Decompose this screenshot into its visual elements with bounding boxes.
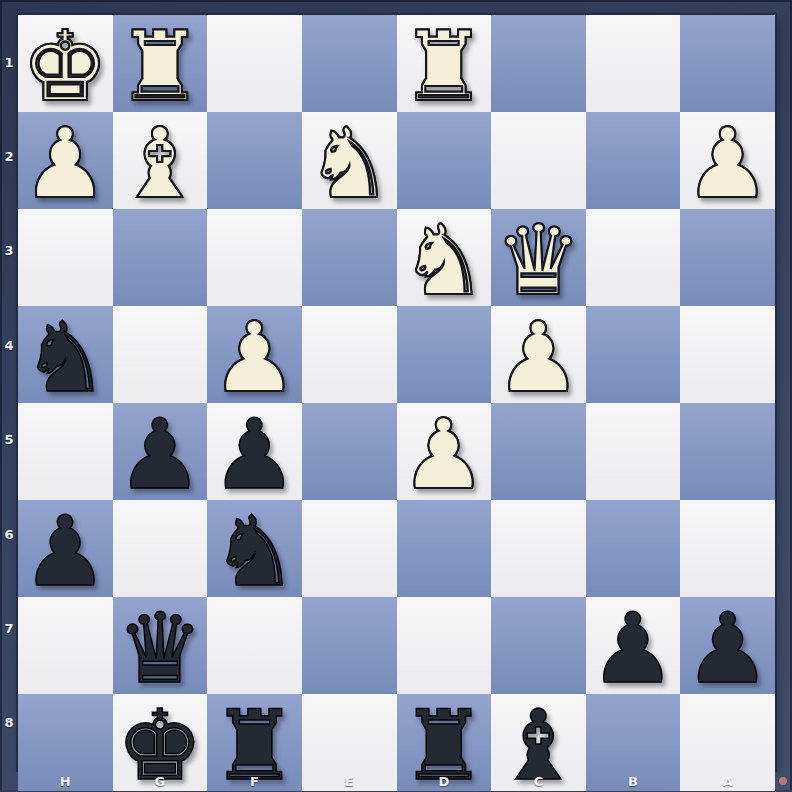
square-e3[interactable] xyxy=(302,209,397,306)
piece-white-bishop-g2[interactable]: ♝ xyxy=(116,115,203,212)
square-h5[interactable] xyxy=(18,403,113,500)
square-g4[interactable] xyxy=(113,306,208,403)
square-f7[interactable] xyxy=(207,597,302,694)
square-e6[interactable] xyxy=(302,500,397,597)
square-h6[interactable]: ♟ xyxy=(18,500,113,597)
piece-black-pawn-b7[interactable]: ♟ xyxy=(590,600,677,697)
square-g2[interactable]: ♝ xyxy=(113,112,208,209)
piece-black-queen-g7[interactable]: ♛ xyxy=(116,600,203,697)
square-f4[interactable]: ♟ xyxy=(207,306,302,403)
square-c2[interactable] xyxy=(491,112,586,209)
square-f5[interactable]: ♟ xyxy=(207,403,302,500)
piece-black-pawn-g5[interactable]: ♟ xyxy=(116,406,203,503)
square-b7[interactable]: ♟ xyxy=(586,597,681,694)
rank-label-4: 4 xyxy=(0,298,18,392)
square-a3[interactable] xyxy=(680,209,775,306)
square-d2[interactable] xyxy=(397,112,492,209)
square-h1[interactable]: ♚ xyxy=(18,15,113,112)
square-a7[interactable]: ♟ xyxy=(680,597,775,694)
square-a5[interactable] xyxy=(680,403,775,500)
piece-white-pawn-c4[interactable]: ♟ xyxy=(495,309,582,406)
square-d1[interactable]: ♜ xyxy=(397,15,492,112)
piece-white-pawn-f4[interactable]: ♟ xyxy=(211,309,298,406)
square-g5[interactable]: ♟ xyxy=(113,403,208,500)
square-g1[interactable]: ♜ xyxy=(113,15,208,112)
piece-black-knight-f6[interactable]: ♞ xyxy=(211,503,298,600)
square-b4[interactable] xyxy=(586,306,681,403)
square-c1[interactable] xyxy=(491,15,586,112)
square-c6[interactable] xyxy=(491,500,586,597)
piece-black-pawn-a7[interactable]: ♟ xyxy=(684,600,771,697)
piece-white-rook-d1[interactable]: ♜ xyxy=(400,18,487,115)
square-d5[interactable]: ♟ xyxy=(397,403,492,500)
piece-white-rook-g1[interactable]: ♜ xyxy=(116,18,203,115)
square-g7[interactable]: ♛ xyxy=(113,597,208,694)
file-label-a: A xyxy=(680,770,775,792)
square-b6[interactable] xyxy=(586,500,681,597)
piece-white-queen-c3[interactable]: ♛ xyxy=(495,212,582,309)
square-g3[interactable] xyxy=(113,209,208,306)
square-e7[interactable] xyxy=(302,597,397,694)
move-indicator-dot xyxy=(779,777,787,785)
square-b1[interactable] xyxy=(586,15,681,112)
file-label-c: C xyxy=(491,770,586,792)
chess-board-frame: 12345678 ♚♜♜♟♝♞♟♞♛♞♟♟♟♟♟♟♞♛♟♟♚♜♜♝ HGFEDC… xyxy=(0,0,792,792)
square-e4[interactable] xyxy=(302,306,397,403)
square-d6[interactable] xyxy=(397,500,492,597)
piece-black-knight-h4[interactable]: ♞ xyxy=(22,309,109,406)
square-d3[interactable]: ♞ xyxy=(397,209,492,306)
square-f2[interactable] xyxy=(207,112,302,209)
square-h4[interactable]: ♞ xyxy=(18,306,113,403)
square-h3[interactable] xyxy=(18,209,113,306)
square-e5[interactable] xyxy=(302,403,397,500)
square-f3[interactable] xyxy=(207,209,302,306)
square-d7[interactable] xyxy=(397,597,492,694)
file-label-h: H xyxy=(18,770,113,792)
file-label-g: G xyxy=(113,770,208,792)
square-e2[interactable]: ♞ xyxy=(302,112,397,209)
square-c4[interactable]: ♟ xyxy=(491,306,586,403)
rank-label-8: 8 xyxy=(0,676,18,770)
square-d4[interactable] xyxy=(397,306,492,403)
piece-white-pawn-d5[interactable]: ♟ xyxy=(400,406,487,503)
square-g6[interactable] xyxy=(113,500,208,597)
chess-board: ♚♜♜♟♝♞♟♞♛♞♟♟♟♟♟♟♞♛♟♟♚♜♜♝ xyxy=(18,15,775,770)
square-a4[interactable] xyxy=(680,306,775,403)
rank-label-1: 1 xyxy=(0,15,18,109)
piece-white-knight-e2[interactable]: ♞ xyxy=(306,115,393,212)
square-f1[interactable] xyxy=(207,15,302,112)
piece-white-pawn-h2[interactable]: ♟ xyxy=(22,115,109,212)
square-c7[interactable] xyxy=(491,597,586,694)
file-labels: HGFEDCBA xyxy=(18,770,775,792)
file-label-d: D xyxy=(397,770,492,792)
file-label-f: F xyxy=(207,770,302,792)
piece-white-knight-d3[interactable]: ♞ xyxy=(400,212,487,309)
rank-label-2: 2 xyxy=(0,109,18,203)
square-c3[interactable]: ♛ xyxy=(491,209,586,306)
piece-black-pawn-h6[interactable]: ♟ xyxy=(22,503,109,600)
file-label-e: E xyxy=(302,770,397,792)
square-b3[interactable] xyxy=(586,209,681,306)
square-b2[interactable] xyxy=(586,112,681,209)
square-e1[interactable] xyxy=(302,15,397,112)
square-f6[interactable]: ♞ xyxy=(207,500,302,597)
piece-white-pawn-a2[interactable]: ♟ xyxy=(684,115,771,212)
file-label-b: B xyxy=(586,770,681,792)
square-b5[interactable] xyxy=(586,403,681,500)
square-c5[interactable] xyxy=(491,403,586,500)
rank-label-5: 5 xyxy=(0,393,18,487)
rank-label-3: 3 xyxy=(0,204,18,298)
rank-labels: 12345678 xyxy=(0,15,18,770)
rank-label-7: 7 xyxy=(0,581,18,675)
square-h7[interactable] xyxy=(18,597,113,694)
square-h2[interactable]: ♟ xyxy=(18,112,113,209)
square-a6[interactable] xyxy=(680,500,775,597)
piece-white-king-h1[interactable]: ♚ xyxy=(22,18,109,115)
square-a1[interactable] xyxy=(680,15,775,112)
square-a2[interactable]: ♟ xyxy=(680,112,775,209)
rank-label-6: 6 xyxy=(0,487,18,581)
piece-black-pawn-f5[interactable]: ♟ xyxy=(211,406,298,503)
